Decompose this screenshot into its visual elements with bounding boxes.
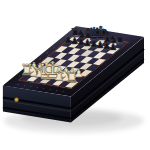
black-pawn-h7[interactable]: ♟ xyxy=(109,42,117,51)
pieces-layer: ♜♞♝♛♚♝♞♜♟♟♟♟♟♟♟♟♟♟♟♟♟♟♟♟♜♞♝♛♚♝♞♜ xyxy=(0,0,150,150)
chess-set-product-photo: a1b2c3d4e5f6g7h8 ♜♞♝♛♚♝♞♜♟♟♟♟♟♟♟♟♟♟♟♟♟♟♟… xyxy=(0,0,150,150)
white-rook-h1[interactable]: ♜ xyxy=(65,70,79,85)
